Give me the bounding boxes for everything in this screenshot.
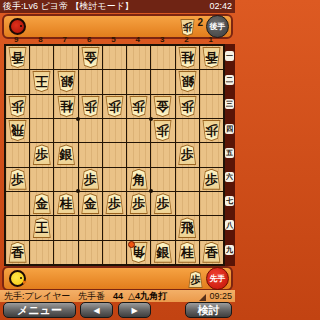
shogi-piece[interactable]: 歩	[180, 19, 195, 36]
board-cell[interactable]	[30, 119, 53, 142]
piece-face: 金	[82, 48, 99, 67]
shogi-piece[interactable]: 歩	[81, 169, 100, 190]
piece-kanji: 歩	[132, 100, 145, 113]
avatar-beak-icon	[23, 280, 27, 284]
shogi-piece[interactable]: 歩	[129, 96, 148, 117]
piece-kanji: 歩	[84, 100, 97, 113]
board-cell[interactable]: 銀	[151, 241, 174, 264]
board-cell[interactable]	[79, 143, 102, 166]
board-cell[interactable]	[200, 216, 223, 239]
board-cell[interactable]	[176, 119, 199, 142]
piece-face: 歩	[106, 97, 123, 116]
piece-kanji: 銀	[60, 148, 73, 161]
board-cell[interactable]	[127, 70, 150, 93]
board-cell[interactable]: 歩	[6, 168, 29, 191]
shogi-piece[interactable]: 王	[32, 217, 51, 238]
shogi-piece[interactable]: 銀	[153, 242, 172, 263]
shogi-piece[interactable]: 桂	[57, 96, 76, 117]
board-cell[interactable]	[54, 119, 77, 142]
shogi-piece[interactable]: 金	[81, 193, 100, 214]
piece-face: 歩	[203, 170, 220, 189]
piece-face: 金	[33, 194, 50, 213]
shogi-piece[interactable]: 飛	[178, 217, 197, 238]
kentou-button[interactable]: 検討	[185, 302, 232, 318]
piece-kanji: 桂	[60, 197, 73, 210]
piece-kanji: 歩	[35, 148, 48, 161]
last-move-marker-icon	[128, 241, 135, 248]
piece-kanji: 歩	[205, 124, 218, 137]
piece-kanji: 歩	[132, 197, 145, 210]
piece-face: 歩	[203, 121, 220, 140]
file-label: 9	[4, 36, 28, 44]
board-cell[interactable]: 歩	[151, 119, 174, 142]
shogi-piece[interactable]: 歩	[188, 271, 203, 288]
piece-kanji: 歩	[11, 173, 24, 186]
shogi-piece[interactable]: 歩	[178, 144, 197, 165]
piece-kanji: 銀	[181, 75, 194, 88]
board-cell[interactable]: 歩	[200, 119, 223, 142]
shogi-piece[interactable]: 王	[32, 71, 51, 92]
board-cell[interactable]: 歩	[103, 192, 126, 215]
piece-kanji: 桂	[181, 51, 194, 64]
board-cell[interactable]	[79, 216, 102, 239]
board-cell[interactable]	[6, 216, 29, 239]
piece-face: 歩	[130, 97, 147, 116]
board-cell[interactable]: 歩	[6, 95, 29, 118]
shogi-board[interactable]: 香金桂香王銀銀歩桂歩歩歩金歩飛歩歩歩銀歩歩歩角歩金桂金歩歩歩王飛香角銀桂香	[4, 44, 225, 266]
board-cell[interactable]	[30, 168, 53, 191]
board-cell[interactable]	[6, 192, 29, 215]
piece-kanji: 金	[84, 51, 97, 64]
shogi-piece[interactable]: 香	[202, 47, 221, 68]
file-label: 1	[199, 36, 223, 44]
board-cell[interactable]: 桂	[54, 192, 77, 215]
piece-face: 歩	[154, 121, 171, 140]
piece-face: 飛	[179, 218, 196, 237]
piece-kanji: 香	[205, 51, 218, 64]
shogi-piece[interactable]: 飛	[8, 120, 27, 141]
piece-face: 銀	[154, 243, 171, 262]
shogi-piece[interactable]: 歩	[105, 193, 124, 214]
board-cell[interactable]: 王	[30, 70, 53, 93]
board-cell[interactable]: 香	[200, 46, 223, 69]
board-cell[interactable]	[103, 143, 126, 166]
piece-face: 歩	[189, 272, 202, 287]
file-label: 4	[126, 36, 150, 44]
file-labels: 987654321	[4, 36, 223, 44]
board-cell[interactable]: 飛	[6, 119, 29, 142]
board-cell[interactable]	[30, 46, 53, 69]
piece-face: 歩	[33, 145, 50, 164]
piece-face: 銀	[58, 145, 75, 164]
piece-face: 桂	[58, 194, 75, 213]
piece-face: 歩	[9, 170, 26, 189]
board-cell[interactable]	[151, 70, 174, 93]
shogi-piece[interactable]: 歩	[81, 96, 100, 117]
rank-labels: 一二三四五六七八九	[224, 44, 235, 266]
piece-kanji: 飛	[11, 124, 24, 137]
piece-kanji: 歩	[11, 100, 24, 113]
file-label: 7	[53, 36, 77, 44]
rank-label: 一	[225, 51, 234, 61]
board-cell[interactable]	[54, 168, 77, 191]
rank-label: 六	[225, 172, 234, 182]
piece-face: 香	[9, 243, 26, 262]
resize-triangle-icon[interactable]	[199, 294, 206, 301]
board-cell[interactable]	[103, 70, 126, 93]
board-cell[interactable]: 歩	[151, 192, 174, 215]
board-cell[interactable]	[103, 46, 126, 69]
rank-label: 四	[225, 124, 234, 134]
board-cell[interactable]	[200, 143, 223, 166]
shogi-piece[interactable]: 金	[153, 96, 172, 117]
board-cell[interactable]	[151, 216, 174, 239]
file-label: 5	[101, 36, 125, 44]
piece-kanji: 歩	[108, 197, 121, 210]
sente-clock: 09:25	[209, 290, 232, 302]
piece-face: 歩	[130, 194, 147, 213]
rank-label: 三	[225, 99, 234, 109]
piece-face: 香	[203, 243, 220, 262]
board-cell[interactable]: 歩	[103, 95, 126, 118]
piece-kanji: 歩	[191, 275, 201, 285]
file-label: 6	[77, 36, 101, 44]
board-cell[interactable]: 金	[151, 95, 174, 118]
piece-face: 歩	[9, 97, 26, 116]
board-cell[interactable]	[30, 241, 53, 264]
piece-face: 銀	[179, 72, 196, 91]
piece-kanji: 歩	[183, 23, 193, 33]
menu-button[interactable]: メニュー	[3, 302, 76, 318]
piece-kanji: 銀	[60, 75, 73, 88]
piece-kanji: 歩	[156, 197, 169, 210]
piece-kanji: 桂	[60, 100, 73, 113]
hand-piece-count: 2	[197, 17, 203, 28]
piece-kanji: 歩	[181, 148, 194, 161]
shogi-piece[interactable]: 金	[81, 47, 100, 68]
shogi-piece[interactable]: 歩	[153, 120, 172, 141]
board-cell[interactable]: 香	[6, 46, 29, 69]
piece-kanji: 香	[205, 246, 218, 259]
board-cell[interactable]: 歩	[79, 168, 102, 191]
piece-kanji: 香	[11, 246, 24, 259]
board-cell[interactable]	[54, 46, 77, 69]
shogi-piece[interactable]: 香	[8, 47, 27, 68]
rank-label: 七	[225, 196, 234, 206]
rank-label: 九	[225, 245, 234, 255]
piece-face: 香	[203, 48, 220, 67]
board-cell[interactable]: 銀	[176, 70, 199, 93]
shogi-piece[interactable]: 歩	[32, 144, 51, 165]
rank-label: 八	[225, 220, 234, 230]
piece-kanji: 金	[84, 197, 97, 210]
board-cell[interactable]: 角	[127, 241, 150, 264]
piece-kanji: 歩	[181, 100, 194, 113]
shogi-piece[interactable]: 歩	[105, 96, 124, 117]
next-move-button[interactable]: ▶	[118, 302, 151, 318]
piece-face: 桂	[179, 48, 196, 67]
piece-kanji: 角	[132, 173, 145, 186]
piece-face: 金	[154, 97, 171, 116]
sente-hand-pieces[interactable]: 歩	[188, 269, 203, 290]
shogi-piece[interactable]: 歩	[153, 193, 172, 214]
turn-indicator: 先手番	[78, 290, 105, 302]
piece-face: 桂	[179, 243, 196, 262]
board-cell[interactable]: 歩	[79, 95, 102, 118]
star-point-icon	[149, 117, 153, 121]
last-move-text: △4九角打	[128, 290, 167, 302]
board-cell[interactable]	[103, 119, 126, 142]
board-cell[interactable]	[103, 241, 126, 264]
sente-badge: 先手	[206, 267, 229, 290]
piece-kanji: 銀	[156, 246, 169, 259]
player-label: 先手:プレイヤー	[4, 290, 70, 302]
board-cell[interactable]	[127, 119, 150, 142]
board-cell[interactable]: 桂	[176, 46, 199, 69]
title-bar: 後手:Lv6 ピヨ帝 【検討モード】 02:42	[0, 0, 235, 13]
board-cell[interactable]	[6, 143, 29, 166]
piece-face: 香	[9, 48, 26, 67]
board-cell[interactable]	[6, 70, 29, 93]
board-cell[interactable]	[103, 216, 126, 239]
shogi-piece[interactable]: 角	[129, 169, 148, 190]
board-cell[interactable]	[151, 143, 174, 166]
avatar-eye-icon	[20, 25, 22, 27]
file-label: 3	[150, 36, 174, 44]
prev-move-button[interactable]: ◀	[80, 302, 113, 318]
shogi-piece[interactable]: 歩	[178, 96, 197, 117]
piece-kanji: 桂	[181, 246, 194, 259]
rank-label: 五	[225, 148, 234, 158]
board-cell[interactable]	[200, 192, 223, 215]
shogi-piece[interactable]: 歩	[202, 120, 221, 141]
gote-avatar-icon	[9, 18, 26, 35]
file-label: 8	[28, 36, 52, 44]
board-cell[interactable]	[54, 241, 77, 264]
board-cell[interactable]: 香	[6, 241, 29, 264]
shogi-piece[interactable]: 銀	[57, 144, 76, 165]
board-cell[interactable]	[176, 192, 199, 215]
piece-kanji: 歩	[156, 124, 169, 137]
shogi-piece[interactable]: 銀	[57, 71, 76, 92]
board-cell[interactable]	[127, 46, 150, 69]
board-cell[interactable]: 王	[30, 216, 53, 239]
board-cell[interactable]	[79, 70, 102, 93]
board-cell[interactable]: 歩	[176, 143, 199, 166]
piece-kanji: 金	[35, 197, 48, 210]
status-bar: 先手:プレイヤー 先手番 44 △4九角打 09:25	[0, 290, 235, 302]
avatar-eye-icon	[20, 277, 22, 279]
board-cell[interactable]	[200, 70, 223, 93]
piece-face: 桂	[58, 97, 75, 116]
board-cell[interactable]: 角	[127, 168, 150, 191]
shogi-piece[interactable]: 香	[8, 242, 27, 263]
piece-face: 歩	[82, 97, 99, 116]
piece-face: 歩	[179, 97, 196, 116]
piece-kanji: 王	[35, 221, 48, 234]
board-cell[interactable]	[127, 143, 150, 166]
board-cell[interactable]: 歩	[127, 192, 150, 215]
board-cell[interactable]: 香	[200, 241, 223, 264]
board-cell[interactable]	[151, 46, 174, 69]
board-cell[interactable]	[30, 95, 53, 118]
board-cell[interactable]: 桂	[54, 95, 77, 118]
piece-face: 王	[33, 72, 50, 91]
shogi-piece[interactable]: 歩	[8, 96, 27, 117]
board-cell[interactable]: 歩	[200, 168, 223, 191]
piece-face: 飛	[9, 121, 26, 140]
piece-face: 金	[82, 194, 99, 213]
board-cell[interactable]: 飛	[176, 216, 199, 239]
file-label: 2	[174, 36, 198, 44]
board-cell[interactable]: 歩	[176, 95, 199, 118]
piece-kanji: 角	[132, 246, 145, 259]
board-cell[interactable]	[127, 216, 150, 239]
board-cell[interactable]: 銀	[54, 143, 77, 166]
board-cell[interactable]: 歩	[30, 143, 53, 166]
board-cell[interactable]	[200, 95, 223, 118]
piece-kanji: 歩	[84, 173, 97, 186]
piece-face: 銀	[58, 72, 75, 91]
board-cell[interactable]: 銀	[54, 70, 77, 93]
piece-face: 歩	[154, 194, 171, 213]
piece-kanji: 金	[156, 100, 169, 113]
board-cell[interactable]: 金	[30, 192, 53, 215]
piece-face: 歩	[106, 194, 123, 213]
piece-face: 歩	[179, 145, 196, 164]
piece-face: 角	[130, 170, 147, 189]
board-cell[interactable]	[151, 168, 174, 191]
board-cell[interactable]	[103, 168, 126, 191]
shogi-piece[interactable]: 銀	[178, 71, 197, 92]
shogi-piece[interactable]: 歩	[8, 169, 27, 190]
piece-kanji: 歩	[108, 100, 121, 113]
piece-face: 歩	[181, 20, 194, 35]
shogi-piece[interactable]: 歩	[202, 169, 221, 190]
piece-kanji: 香	[11, 51, 24, 64]
sente-avatar-icon	[9, 270, 26, 287]
shogi-piece[interactable]: 桂	[57, 193, 76, 214]
shogi-piece[interactable]: 桂	[178, 242, 197, 263]
shogi-piece[interactable]: 金	[32, 193, 51, 214]
shogi-piece[interactable]: 香	[202, 242, 221, 263]
board-cell[interactable]	[79, 119, 102, 142]
board-cell[interactable]	[79, 241, 102, 264]
board-cell[interactable]: 桂	[176, 241, 199, 264]
board-cell[interactable]: 歩	[127, 95, 150, 118]
gote-clock: 02:42	[209, 0, 232, 13]
move-number: 44	[113, 290, 123, 302]
opponent-label: 後手:Lv6 ピヨ帝 【検討モード】	[3, 0, 134, 13]
board-cell[interactable]	[176, 168, 199, 191]
rank-label: 二	[225, 75, 234, 85]
board-cell[interactable]: 金	[79, 192, 102, 215]
piece-kanji: 歩	[205, 173, 218, 186]
sente-captured-tray: 歩 先手	[2, 266, 233, 291]
piece-kanji: 王	[35, 75, 48, 88]
board-cell[interactable]	[54, 216, 77, 239]
piece-face: 歩	[82, 170, 99, 189]
shogi-piece[interactable]: 歩	[129, 193, 148, 214]
piece-kanji: 飛	[181, 221, 194, 234]
piece-face: 王	[33, 218, 50, 237]
shogi-piece[interactable]: 桂	[178, 47, 197, 68]
board-cell[interactable]: 金	[79, 46, 102, 69]
